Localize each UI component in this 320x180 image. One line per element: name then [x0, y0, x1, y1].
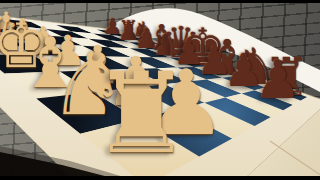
letterbox-top [0, 0, 320, 3]
chessboard-photo: ♜♟♞♟♟♜♝♟♟♞♟♝♛♟♟♛♚♟♟♚♝♟♟♞♟♝♜♟♟♞♟♜ [0, 0, 320, 180]
letterbox-bottom [0, 176, 320, 180]
chess-board [0, 0, 320, 180]
